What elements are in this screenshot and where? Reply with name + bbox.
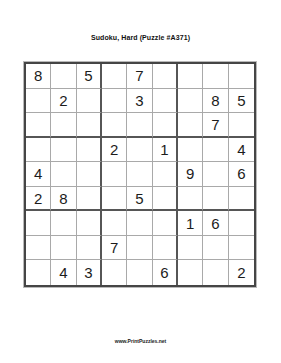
cell-r4c3-empty (77, 138, 102, 163)
cell-r1c8-empty (203, 64, 228, 89)
cell-r7c2-empty (51, 211, 76, 236)
cell-r7c5-empty (127, 211, 152, 236)
cell-r1c6-empty (153, 64, 178, 89)
cell-r7c7-given: 1 (178, 211, 203, 236)
cell-r1c7-empty (178, 64, 203, 89)
cell-r9c7-empty (178, 260, 203, 285)
cell-r5c6-empty (153, 162, 178, 187)
cell-r6c9-empty (229, 187, 254, 212)
cell-r6c4-empty (102, 187, 127, 212)
cell-r8c1-empty (26, 236, 51, 261)
cell-r2c7-empty (178, 89, 203, 114)
cell-r9c9-given: 2 (229, 260, 254, 285)
cell-r8c5-empty (127, 236, 152, 261)
cell-r7c6-empty (153, 211, 178, 236)
cell-r2c3-empty (77, 89, 102, 114)
cell-r4c8-empty (203, 138, 228, 163)
cell-r1c1-given: 8 (26, 64, 51, 89)
cell-r7c9-empty (229, 211, 254, 236)
cell-r2c2-given: 2 (51, 89, 76, 114)
cell-r7c3-empty (77, 211, 102, 236)
cell-r9c4-empty (102, 260, 127, 285)
cell-r2c5-given: 3 (127, 89, 152, 114)
sudoku-board: 857238572144962851674362 (24, 62, 256, 287)
cell-r4c5-empty (127, 138, 152, 163)
cell-r3c5-empty (127, 113, 152, 138)
cell-r1c9-empty (229, 64, 254, 89)
cell-r6c6-empty (153, 187, 178, 212)
cell-r6c3-empty (77, 187, 102, 212)
cell-r6c7-empty (178, 187, 203, 212)
cell-r4c1-empty (26, 138, 51, 163)
footer-url: www.PrintPuzzles.net (0, 338, 281, 344)
cell-r3c4-empty (102, 113, 127, 138)
cell-r4c7-empty (178, 138, 203, 163)
cell-r5c9-given: 6 (229, 162, 254, 187)
cell-r8c2-empty (51, 236, 76, 261)
cell-r8c6-empty (153, 236, 178, 261)
cell-r3c8-given: 7 (203, 113, 228, 138)
cell-r2c1-empty (26, 89, 51, 114)
cell-r5c7-given: 9 (178, 162, 203, 187)
cell-r3c7-empty (178, 113, 203, 138)
cell-r9c6-given: 6 (153, 260, 178, 285)
cell-r5c1-given: 4 (26, 162, 51, 187)
cell-r5c4-empty (102, 162, 127, 187)
cell-r9c3-given: 3 (77, 260, 102, 285)
cell-r6c5-given: 5 (127, 187, 152, 212)
cell-r4c4-given: 2 (102, 138, 127, 163)
cell-r6c2-given: 8 (51, 187, 76, 212)
cell-r7c4-empty (102, 211, 127, 236)
cell-r5c8-empty (203, 162, 228, 187)
cell-r5c3-empty (77, 162, 102, 187)
cell-r6c1-given: 2 (26, 187, 51, 212)
cell-r3c6-empty (153, 113, 178, 138)
cell-r9c1-empty (26, 260, 51, 285)
cell-r3c2-empty (51, 113, 76, 138)
cell-r3c1-empty (26, 113, 51, 138)
cell-r3c9-empty (229, 113, 254, 138)
cell-r4c2-empty (51, 138, 76, 163)
cell-r9c8-empty (203, 260, 228, 285)
cell-r3c3-empty (77, 113, 102, 138)
cell-r9c5-empty (127, 260, 152, 285)
cell-r6c8-empty (203, 187, 228, 212)
cell-r2c6-empty (153, 89, 178, 114)
cell-r5c2-empty (51, 162, 76, 187)
cell-r4c6-given: 1 (153, 138, 178, 163)
cell-r8c8-empty (203, 236, 228, 261)
cell-r8c9-empty (229, 236, 254, 261)
cell-r8c4-given: 7 (102, 236, 127, 261)
cell-r1c5-given: 7 (127, 64, 152, 89)
cell-r8c7-empty (178, 236, 203, 261)
cell-r2c4-empty (102, 89, 127, 114)
page-title: Sudoku, Hard (Puzzle #A371) (0, 34, 281, 41)
cell-r1c4-empty (102, 64, 127, 89)
cell-r2c8-given: 8 (203, 89, 228, 114)
cell-r1c2-empty (51, 64, 76, 89)
cell-r8c3-empty (77, 236, 102, 261)
cell-r9c2-given: 4 (51, 260, 76, 285)
printable-page: Sudoku, Hard (Puzzle #A371) 857238572144… (0, 0, 281, 363)
cell-r5c5-empty (127, 162, 152, 187)
cell-r4c9-given: 4 (229, 138, 254, 163)
cell-r2c9-given: 5 (229, 89, 254, 114)
cell-r1c3-given: 5 (77, 64, 102, 89)
cell-r7c8-given: 6 (203, 211, 228, 236)
cell-r7c1-empty (26, 211, 51, 236)
